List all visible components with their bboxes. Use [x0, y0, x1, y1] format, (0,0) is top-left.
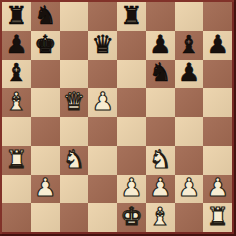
square-d1[interactable] — [88, 203, 117, 232]
square-h3[interactable] — [203, 146, 232, 175]
square-h8[interactable] — [203, 2, 232, 31]
piece-white-pawn[interactable]: ♟ — [206, 175, 228, 200]
square-d8[interactable] — [88, 2, 117, 31]
piece-white-pawn[interactable]: ♟ — [91, 89, 113, 114]
square-c2[interactable] — [60, 175, 89, 204]
square-g2[interactable]: ♟ — [175, 175, 204, 204]
square-f8[interactable] — [146, 2, 175, 31]
square-g3[interactable] — [175, 146, 204, 175]
square-h1[interactable]: ♜ — [203, 203, 232, 232]
square-f3[interactable]: ♞ — [146, 146, 175, 175]
square-g5[interactable] — [175, 88, 204, 117]
square-g1[interactable] — [175, 203, 204, 232]
square-d5[interactable]: ♟ — [88, 88, 117, 117]
square-e4[interactable] — [117, 117, 146, 146]
piece-white-bishop[interactable]: ♝ — [149, 204, 171, 229]
square-e5[interactable] — [117, 88, 146, 117]
square-g4[interactable] — [175, 117, 204, 146]
piece-white-queen[interactable]: ♛ — [63, 89, 85, 114]
square-f4[interactable] — [146, 117, 175, 146]
square-b3[interactable] — [31, 146, 60, 175]
square-h2[interactable]: ♟ — [203, 175, 232, 204]
square-c5[interactable]: ♛ — [60, 88, 89, 117]
square-a5[interactable]: ♝ — [2, 88, 31, 117]
chess-board: ♜♞♜♟♚♛♟♝♟♝♞♟♝♛♟♜♞♞♟♟♟♟♟♚♝♜ — [2, 2, 232, 232]
square-c7[interactable] — [60, 31, 89, 60]
square-f7[interactable]: ♟ — [146, 31, 175, 60]
square-g6[interactable]: ♟ — [175, 60, 204, 89]
square-b6[interactable] — [31, 60, 60, 89]
square-d3[interactable] — [88, 146, 117, 175]
square-a2[interactable] — [2, 175, 31, 204]
square-d7[interactable]: ♛ — [88, 31, 117, 60]
square-a3[interactable]: ♜ — [2, 146, 31, 175]
piece-black-king[interactable]: ♚ — [34, 32, 56, 57]
piece-black-bishop[interactable]: ♝ — [178, 32, 200, 57]
square-h5[interactable] — [203, 88, 232, 117]
square-a6[interactable]: ♝ — [2, 60, 31, 89]
square-h7[interactable]: ♟ — [203, 31, 232, 60]
square-b7[interactable]: ♚ — [31, 31, 60, 60]
square-g8[interactable] — [175, 2, 204, 31]
square-c8[interactable] — [60, 2, 89, 31]
square-a1[interactable] — [2, 203, 31, 232]
square-d6[interactable] — [88, 60, 117, 89]
square-c6[interactable] — [60, 60, 89, 89]
piece-white-king[interactable]: ♚ — [120, 204, 142, 229]
square-f1[interactable]: ♝ — [146, 203, 175, 232]
piece-white-rook[interactable]: ♜ — [206, 204, 228, 229]
piece-black-queen[interactable]: ♛ — [91, 32, 113, 57]
square-d4[interactable] — [88, 117, 117, 146]
square-c1[interactable] — [60, 203, 89, 232]
square-e1[interactable]: ♚ — [117, 203, 146, 232]
piece-black-pawn[interactable]: ♟ — [206, 32, 228, 57]
square-f5[interactable] — [146, 88, 175, 117]
piece-black-knight[interactable]: ♞ — [34, 3, 56, 28]
piece-black-rook[interactable]: ♜ — [120, 3, 142, 28]
square-h6[interactable] — [203, 60, 232, 89]
piece-white-knight[interactable]: ♞ — [149, 147, 171, 172]
piece-white-pawn[interactable]: ♟ — [34, 175, 56, 200]
square-a7[interactable]: ♟ — [2, 31, 31, 60]
square-b8[interactable]: ♞ — [31, 2, 60, 31]
piece-black-pawn[interactable]: ♟ — [149, 32, 171, 57]
piece-black-pawn[interactable]: ♟ — [178, 60, 200, 85]
square-b5[interactable] — [31, 88, 60, 117]
square-e3[interactable] — [117, 146, 146, 175]
piece-white-pawn[interactable]: ♟ — [120, 175, 142, 200]
piece-white-rook[interactable]: ♜ — [5, 147, 27, 172]
square-c3[interactable]: ♞ — [60, 146, 89, 175]
square-a8[interactable]: ♜ — [2, 2, 31, 31]
square-h4[interactable] — [203, 117, 232, 146]
piece-white-bishop[interactable]: ♝ — [5, 89, 27, 114]
chess-board-frame: ♜♞♜♟♚♛♟♝♟♝♞♟♝♛♟♜♞♞♟♟♟♟♟♚♝♜ — [0, 0, 236, 236]
square-g7[interactable]: ♝ — [175, 31, 204, 60]
square-f6[interactable]: ♞ — [146, 60, 175, 89]
square-e6[interactable] — [117, 60, 146, 89]
square-e2[interactable]: ♟ — [117, 175, 146, 204]
piece-black-bishop[interactable]: ♝ — [5, 60, 27, 85]
square-d2[interactable] — [88, 175, 117, 204]
square-e7[interactable] — [117, 31, 146, 60]
square-b4[interactable] — [31, 117, 60, 146]
piece-white-pawn[interactable]: ♟ — [149, 175, 171, 200]
piece-black-rook[interactable]: ♜ — [5, 3, 27, 28]
piece-black-pawn[interactable]: ♟ — [5, 32, 27, 57]
square-e8[interactable]: ♜ — [117, 2, 146, 31]
square-f2[interactable]: ♟ — [146, 175, 175, 204]
square-c4[interactable] — [60, 117, 89, 146]
square-b2[interactable]: ♟ — [31, 175, 60, 204]
piece-black-knight[interactable]: ♞ — [149, 60, 171, 85]
piece-white-knight[interactable]: ♞ — [63, 147, 85, 172]
square-b1[interactable] — [31, 203, 60, 232]
square-a4[interactable] — [2, 117, 31, 146]
piece-white-pawn[interactable]: ♟ — [178, 175, 200, 200]
